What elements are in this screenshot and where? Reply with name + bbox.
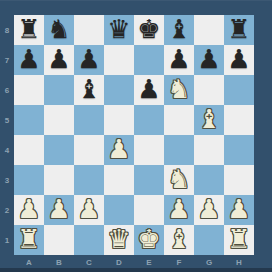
- piece-black-pawn[interactable]: ♟: [47, 44, 70, 74]
- piece-black-pawn[interactable]: ♟: [137, 74, 160, 104]
- piece-white-knight[interactable]: ♞: [167, 164, 190, 194]
- square-e1[interactable]: ♚: [134, 225, 164, 255]
- file-label-g: G: [194, 255, 224, 270]
- piece-white-pawn[interactable]: ♟: [47, 194, 70, 224]
- rank-label-6: 6: [0, 75, 14, 105]
- square-f7[interactable]: ♟: [164, 45, 194, 75]
- piece-black-queen[interactable]: ♛: [107, 14, 130, 44]
- square-g6[interactable]: [194, 75, 224, 105]
- square-c3[interactable]: [74, 165, 104, 195]
- square-h2[interactable]: ♟: [224, 195, 254, 225]
- square-e8[interactable]: ♚: [134, 15, 164, 45]
- piece-white-king[interactable]: ♚: [137, 224, 160, 254]
- square-d4[interactable]: ♟: [104, 135, 134, 165]
- square-d6[interactable]: [104, 75, 134, 105]
- square-f2[interactable]: ♟: [164, 195, 194, 225]
- square-d5[interactable]: [104, 105, 134, 135]
- file-label-f: F: [164, 255, 194, 270]
- square-f6[interactable]: ♞: [164, 75, 194, 105]
- rank-labels: 87654321: [0, 15, 14, 255]
- square-e3[interactable]: [134, 165, 164, 195]
- piece-black-bishop[interactable]: ♝: [77, 74, 100, 104]
- square-c4[interactable]: [74, 135, 104, 165]
- square-a1[interactable]: ♜: [14, 225, 44, 255]
- square-h8[interactable]: ♜: [224, 15, 254, 45]
- square-a7[interactable]: ♟: [14, 45, 44, 75]
- square-d8[interactable]: ♛: [104, 15, 134, 45]
- file-label-h: H: [224, 255, 254, 270]
- file-label-c: C: [74, 255, 104, 270]
- square-g4[interactable]: [194, 135, 224, 165]
- square-g2[interactable]: ♟: [194, 195, 224, 225]
- piece-white-bishop[interactable]: ♝: [167, 224, 190, 254]
- square-h1[interactable]: ♜: [224, 225, 254, 255]
- square-b2[interactable]: ♟: [44, 195, 74, 225]
- square-e6[interactable]: ♟: [134, 75, 164, 105]
- square-b4[interactable]: [44, 135, 74, 165]
- square-h5[interactable]: [224, 105, 254, 135]
- piece-white-rook[interactable]: ♜: [17, 224, 40, 254]
- rank-label-1: 1: [0, 225, 14, 255]
- square-b5[interactable]: [44, 105, 74, 135]
- square-b8[interactable]: ♞: [44, 15, 74, 45]
- square-c5[interactable]: [74, 105, 104, 135]
- piece-white-pawn[interactable]: ♟: [77, 194, 100, 224]
- piece-black-bishop[interactable]: ♝: [167, 14, 190, 44]
- piece-white-queen[interactable]: ♛: [107, 224, 130, 254]
- piece-white-bishop[interactable]: ♝: [197, 104, 220, 134]
- square-b6[interactable]: [44, 75, 74, 105]
- square-a5[interactable]: [14, 105, 44, 135]
- square-b7[interactable]: ♟: [44, 45, 74, 75]
- square-g8[interactable]: [194, 15, 224, 45]
- square-b3[interactable]: [44, 165, 74, 195]
- square-e5[interactable]: [134, 105, 164, 135]
- square-f1[interactable]: ♝: [164, 225, 194, 255]
- chess-board-frame: 87654321 ABCDEFGH ♜♞♛♚♝♜♟♟♟♟♟♟♝♟♞♝♟♞♟♟♟♟…: [0, 0, 272, 272]
- file-label-a: A: [14, 255, 44, 270]
- piece-white-pawn[interactable]: ♟: [17, 194, 40, 224]
- square-h7[interactable]: ♟: [224, 45, 254, 75]
- piece-white-pawn[interactable]: ♟: [227, 194, 250, 224]
- rank-label-5: 5: [0, 105, 14, 135]
- square-f5[interactable]: [164, 105, 194, 135]
- square-d1[interactable]: ♛: [104, 225, 134, 255]
- square-b1[interactable]: [44, 225, 74, 255]
- file-label-e: E: [134, 255, 164, 270]
- square-f8[interactable]: ♝: [164, 15, 194, 45]
- file-label-b: B: [44, 255, 74, 270]
- square-h6[interactable]: [224, 75, 254, 105]
- square-f4[interactable]: [164, 135, 194, 165]
- square-f3[interactable]: ♞: [164, 165, 194, 195]
- piece-white-rook[interactable]: ♜: [227, 224, 250, 254]
- square-e2[interactable]: [134, 195, 164, 225]
- rank-label-7: 7: [0, 45, 14, 75]
- square-h3[interactable]: [224, 165, 254, 195]
- file-labels: ABCDEFGH: [14, 255, 254, 270]
- square-c8[interactable]: [74, 15, 104, 45]
- rank-label-2: 2: [0, 195, 14, 225]
- piece-black-pawn[interactable]: ♟: [227, 44, 250, 74]
- square-g3[interactable]: [194, 165, 224, 195]
- piece-black-knight[interactable]: ♞: [47, 14, 70, 44]
- piece-white-pawn[interactable]: ♟: [107, 134, 130, 164]
- file-label-d: D: [104, 255, 134, 270]
- square-a8[interactable]: ♜: [14, 15, 44, 45]
- square-a6[interactable]: [14, 75, 44, 105]
- square-a4[interactable]: [14, 135, 44, 165]
- square-a3[interactable]: [14, 165, 44, 195]
- piece-white-pawn[interactable]: ♟: [167, 194, 190, 224]
- square-c1[interactable]: [74, 225, 104, 255]
- square-g1[interactable]: [194, 225, 224, 255]
- piece-white-knight[interactable]: ♞: [167, 74, 190, 104]
- piece-black-pawn[interactable]: ♟: [77, 44, 100, 74]
- square-a2[interactable]: ♟: [14, 195, 44, 225]
- piece-black-pawn[interactable]: ♟: [17, 44, 40, 74]
- square-d3[interactable]: [104, 165, 134, 195]
- piece-black-pawn[interactable]: ♟: [197, 44, 220, 74]
- square-g7[interactable]: ♟: [194, 45, 224, 75]
- rank-label-4: 4: [0, 135, 14, 165]
- square-e4[interactable]: [134, 135, 164, 165]
- chess-board: ♜♞♛♚♝♜♟♟♟♟♟♟♝♟♞♝♟♞♟♟♟♟♟♟♜♛♚♝♜: [14, 15, 254, 255]
- piece-black-rook[interactable]: ♜: [227, 14, 250, 44]
- piece-white-pawn[interactable]: ♟: [197, 194, 220, 224]
- square-d7[interactable]: [104, 45, 134, 75]
- square-c6[interactable]: ♝: [74, 75, 104, 105]
- piece-black-pawn[interactable]: ♟: [167, 44, 190, 74]
- square-d2[interactable]: [104, 195, 134, 225]
- rank-label-8: 8: [0, 15, 14, 45]
- square-g5[interactable]: ♝: [194, 105, 224, 135]
- square-e7[interactable]: [134, 45, 164, 75]
- square-c2[interactable]: ♟: [74, 195, 104, 225]
- piece-black-rook[interactable]: ♜: [17, 14, 40, 44]
- square-c7[interactable]: ♟: [74, 45, 104, 75]
- square-h4[interactable]: [224, 135, 254, 165]
- piece-black-king[interactable]: ♚: [137, 14, 160, 44]
- rank-label-3: 3: [0, 165, 14, 195]
